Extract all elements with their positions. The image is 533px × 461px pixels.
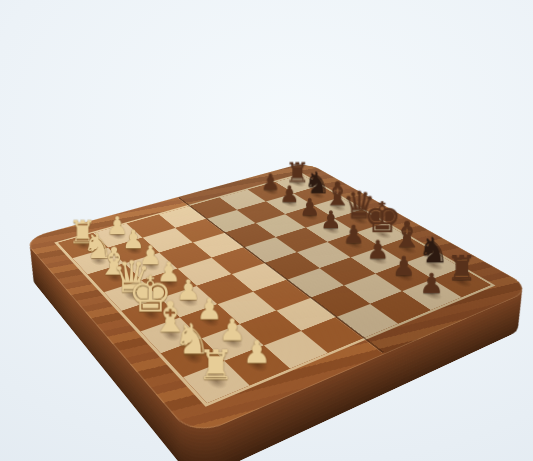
piece-black-pawn[interactable]: ♟ <box>279 182 299 205</box>
piece-white-pawn[interactable]: ♟ <box>242 336 270 368</box>
piece-black-rook[interactable]: ♜ <box>446 250 477 284</box>
piece-black-pawn[interactable]: ♟ <box>419 269 444 297</box>
piece-black-pawn[interactable]: ♟ <box>299 195 320 218</box>
piece-black-knight[interactable]: ♞ <box>417 233 449 268</box>
chess-board: ♜♞♝♛♚♝♞♜♟♟♟♟♟♟♟♟♟♟♟♟♟♟♟♟♜♞♝♛♚♝♞♜ <box>22 162 533 437</box>
piece-black-pawn[interactable]: ♟ <box>366 236 389 262</box>
piece-black-pawn[interactable]: ♟ <box>342 221 364 246</box>
piece-black-pawn[interactable]: ♟ <box>320 208 342 232</box>
piece-black-pawn[interactable]: ♟ <box>391 252 415 279</box>
piece-white-rook[interactable]: ♜ <box>197 343 234 384</box>
product-photo-scene: ♜♞♝♛♚♝♞♜♟♟♟♟♟♟♟♟♟♟♟♟♟♟♟♟♜♞♝♛♚♝♞♜ <box>0 0 533 461</box>
piece-black-pawn[interactable]: ♟ <box>260 171 280 193</box>
chess-board-3d: ♜♞♝♛♚♝♞♜♟♟♟♟♟♟♟♟♟♟♟♟♟♟♟♟♜♞♝♛♚♝♞♜ <box>22 162 533 437</box>
